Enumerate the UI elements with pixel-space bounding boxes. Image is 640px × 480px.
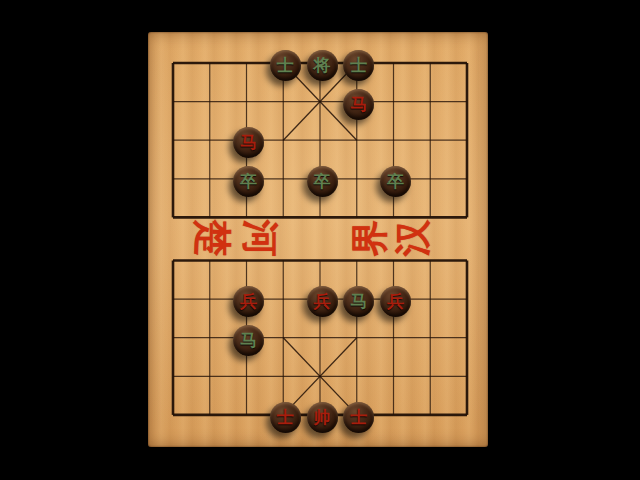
black-soldier[interactable]: 卒	[380, 166, 411, 197]
red-soldier[interactable]: 兵	[233, 286, 264, 317]
river-label-right-char: 汉	[391, 216, 435, 260]
black-soldier-glyph: 卒	[387, 173, 404, 190]
red-soldier-glyph: 兵	[314, 293, 331, 310]
black-advisor-glyph: 士	[350, 57, 367, 74]
black-horse[interactable]: 马	[233, 325, 264, 356]
black-general-glyph: 将	[314, 57, 331, 74]
river-label-left-char: 河	[238, 216, 282, 260]
river-label-left-char: 楚	[190, 216, 234, 260]
red-horse[interactable]: 马	[233, 127, 264, 158]
red-advisor-glyph: 士	[350, 409, 367, 426]
black-horse-glyph: 马	[240, 332, 257, 349]
black-horse-glyph: 马	[350, 293, 367, 310]
black-soldier[interactable]: 卒	[233, 166, 264, 197]
red-soldier[interactable]: 兵	[307, 286, 338, 317]
black-advisor-glyph: 士	[277, 57, 294, 74]
black-advisor[interactable]: 士	[270, 50, 301, 81]
red-advisor-glyph: 士	[277, 409, 294, 426]
red-soldier-glyph: 兵	[240, 293, 257, 310]
red-advisor[interactable]: 士	[343, 402, 374, 433]
red-horse-glyph: 马	[350, 96, 367, 113]
app-window: 楚河界汉 士将士马马卒卒卒兵兵马兵马士帅士	[0, 0, 640, 480]
red-advisor[interactable]: 士	[270, 402, 301, 433]
red-horse[interactable]: 马	[343, 89, 374, 120]
black-soldier[interactable]: 卒	[307, 166, 338, 197]
red-general[interactable]: 帅	[307, 402, 338, 433]
red-soldier-glyph: 兵	[387, 293, 404, 310]
black-general[interactable]: 将	[307, 50, 338, 81]
red-soldier[interactable]: 兵	[380, 286, 411, 317]
red-horse-glyph: 马	[240, 134, 257, 151]
river-label-right-char: 界	[348, 216, 392, 260]
black-soldier-glyph: 卒	[314, 173, 331, 190]
red-general-glyph: 帅	[314, 409, 331, 426]
black-soldier-glyph: 卒	[240, 173, 257, 190]
xiangqi-board[interactable]: 楚河界汉 士将士马马卒卒卒兵兵马兵马士帅士	[148, 32, 488, 447]
